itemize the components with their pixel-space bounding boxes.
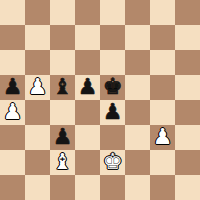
square-b8[interactable] [25, 0, 50, 25]
square-a5[interactable]: ♟ [0, 75, 25, 100]
square-c6[interactable] [50, 50, 75, 75]
square-f4[interactable] [125, 100, 150, 125]
square-b6[interactable] [25, 50, 50, 75]
piece-white-pawn[interactable]: ♟ [153, 126, 173, 148]
square-f8[interactable] [125, 0, 150, 25]
square-e1[interactable] [100, 175, 125, 200]
square-c4[interactable] [50, 100, 75, 125]
piece-black-bishop[interactable]: ♝ [53, 76, 73, 98]
square-g6[interactable] [150, 50, 175, 75]
square-g7[interactable] [150, 25, 175, 50]
square-h8[interactable] [175, 0, 200, 25]
square-f2[interactable] [125, 150, 150, 175]
square-e4[interactable]: ♟ [100, 100, 125, 125]
square-h2[interactable] [175, 150, 200, 175]
square-e2[interactable]: ♚ [100, 150, 125, 175]
piece-black-king[interactable]: ♚ [103, 76, 123, 98]
square-h6[interactable] [175, 50, 200, 75]
square-f3[interactable] [125, 125, 150, 150]
square-d7[interactable] [75, 25, 100, 50]
square-c7[interactable] [50, 25, 75, 50]
square-b7[interactable] [25, 25, 50, 50]
piece-black-pawn[interactable]: ♟ [103, 101, 123, 123]
square-b5[interactable]: ♟ [25, 75, 50, 100]
square-e5[interactable]: ♚ [100, 75, 125, 100]
square-f5[interactable] [125, 75, 150, 100]
square-d6[interactable] [75, 50, 100, 75]
square-d3[interactable] [75, 125, 100, 150]
square-d1[interactable] [75, 175, 100, 200]
square-d8[interactable] [75, 0, 100, 25]
square-g2[interactable] [150, 150, 175, 175]
square-e6[interactable] [100, 50, 125, 75]
square-a6[interactable] [0, 50, 25, 75]
square-h5[interactable] [175, 75, 200, 100]
square-g1[interactable] [150, 175, 175, 200]
square-a2[interactable] [0, 150, 25, 175]
piece-white-king[interactable]: ♚ [103, 151, 123, 173]
chess-board: ♟♟♝♟♚♟♟♟♟♝♚ [0, 0, 200, 200]
piece-black-pawn[interactable]: ♟ [53, 126, 73, 148]
square-e7[interactable] [100, 25, 125, 50]
square-a4[interactable]: ♟ [0, 100, 25, 125]
square-g3[interactable]: ♟ [150, 125, 175, 150]
square-f1[interactable] [125, 175, 150, 200]
square-d4[interactable] [75, 100, 100, 125]
piece-white-bishop[interactable]: ♝ [53, 151, 73, 173]
square-c2[interactable]: ♝ [50, 150, 75, 175]
piece-black-pawn[interactable]: ♟ [78, 76, 98, 98]
square-a3[interactable] [0, 125, 25, 150]
square-a1[interactable] [0, 175, 25, 200]
piece-white-pawn[interactable]: ♟ [28, 76, 48, 98]
square-c8[interactable] [50, 0, 75, 25]
square-d5[interactable]: ♟ [75, 75, 100, 100]
square-b2[interactable] [25, 150, 50, 175]
square-e3[interactable] [100, 125, 125, 150]
square-b1[interactable] [25, 175, 50, 200]
square-g5[interactable] [150, 75, 175, 100]
square-g4[interactable] [150, 100, 175, 125]
square-a8[interactable] [0, 0, 25, 25]
square-f6[interactable] [125, 50, 150, 75]
square-h1[interactable] [175, 175, 200, 200]
square-a7[interactable] [0, 25, 25, 50]
square-d2[interactable] [75, 150, 100, 175]
square-h4[interactable] [175, 100, 200, 125]
square-c3[interactable]: ♟ [50, 125, 75, 150]
piece-black-pawn[interactable]: ♟ [3, 76, 23, 98]
square-c5[interactable]: ♝ [50, 75, 75, 100]
square-e8[interactable] [100, 0, 125, 25]
square-f7[interactable] [125, 25, 150, 50]
square-c1[interactable] [50, 175, 75, 200]
piece-white-pawn[interactable]: ♟ [3, 101, 23, 123]
square-b4[interactable] [25, 100, 50, 125]
square-g8[interactable] [150, 0, 175, 25]
square-h7[interactable] [175, 25, 200, 50]
square-b3[interactable] [25, 125, 50, 150]
square-h3[interactable] [175, 125, 200, 150]
